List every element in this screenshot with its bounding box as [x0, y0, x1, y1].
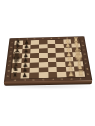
coordinate-label: c [10, 51, 12, 53]
square-d1: ♛ [73, 52, 82, 57]
coordinate-label: 1 [74, 37, 76, 39]
coordinate-label: b [10, 46, 12, 48]
coordinate-label: d [83, 53, 85, 55]
coordinate-label: g [7, 70, 9, 72]
coordinate-label: g [86, 68, 88, 70]
coordinate-label: h [87, 73, 90, 75]
square-h7: ♟ [20, 73, 30, 79]
coordinate-label: f [85, 63, 86, 65]
square-h6 [29, 73, 38, 79]
coordinate-label: 7 [26, 38, 28, 40]
white-rook-piece: ♜ [77, 70, 83, 77]
coordinate-label: 8 [18, 39, 20, 41]
square-h5 [39, 72, 48, 78]
coordinate-label: 2 [66, 37, 68, 39]
chess-set-photo: 87654321 87654321 abcdefgh abcdefgh ♜♟♟♜… [0, 0, 95, 126]
black-pawn-piece: ♟ [22, 72, 28, 79]
square-g8: ♞ [11, 68, 20, 73]
chess-board: 87654321 87654321 abcdefgh abcdefgh ♜♟♟♜… [4, 36, 92, 83]
board-perspective-wrapper: 87654321 87654321 abcdefgh abcdefgh ♜♟♟♜… [6, 16, 89, 103]
coordinate-label: 5 [42, 38, 44, 40]
square-d8: ♛ [13, 54, 22, 59]
board-grid: ♜♟♟♜♞♟♟♞♝♟♟♝♛♟♟♛♚♟♟♚♝♟♟♝♞♟♟♞♜♟♟♜ [11, 39, 85, 79]
coordinate-label: 3 [58, 37, 60, 39]
square-g1: ♞ [75, 66, 85, 71]
coordinate-label: e [84, 58, 86, 60]
coordinate-label: a [11, 42, 13, 44]
black-rook-piece: ♜ [12, 72, 18, 79]
coordinate-label: f [8, 65, 9, 67]
black-pawn-piece: ♟ [23, 52, 29, 58]
square-g6 [30, 67, 39, 72]
board-shadow [2, 85, 93, 88]
square-g3 [57, 67, 66, 72]
square-h1: ♜ [75, 71, 85, 77]
coordinate-label: 6 [34, 38, 36, 40]
square-f5 [39, 62, 48, 67]
white-pawn-piece: ♟ [68, 71, 74, 78]
coordinate-label: a [81, 40, 83, 42]
board-scene: 87654321 87654321 abcdefgh abcdefgh ♜♟♟♜… [4, 36, 92, 83]
square-h2: ♟ [66, 72, 76, 78]
white-pawn-piece: ♟ [66, 51, 72, 57]
square-g7: ♟ [20, 68, 29, 73]
coordinate-label: c [83, 49, 85, 51]
coordinate-label: 4 [50, 38, 52, 40]
coordinate-label: b [82, 45, 84, 47]
coordinate-label: d [9, 55, 11, 57]
coordinate-label: e [9, 60, 11, 62]
square-h3 [57, 72, 67, 78]
square-h8: ♜ [11, 73, 21, 79]
square-h4 [48, 72, 57, 78]
coordinate-label: h [7, 75, 9, 77]
